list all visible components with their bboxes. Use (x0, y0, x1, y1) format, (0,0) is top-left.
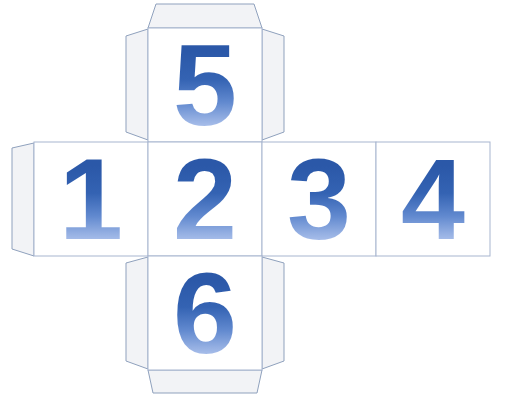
face-cell-4: 4 (376, 142, 490, 256)
face-digit-2: 2 (173, 142, 237, 256)
face-cell-5: 5 (148, 28, 262, 142)
face-digit-3: 3 (287, 142, 351, 256)
face-cell-2: 2 (148, 142, 262, 256)
face-digit-5: 5 (173, 28, 237, 142)
glue-tab-left-of-1 (12, 143, 34, 256)
dice-net-diagram: 5 1 2 3 4 6 (0, 0, 505, 400)
face-cell-3: 3 (262, 142, 376, 256)
face-cell-1: 1 (34, 142, 148, 256)
face-cell-6: 6 (148, 256, 262, 370)
face-digit-1: 1 (59, 142, 123, 256)
face-digit-6: 6 (173, 256, 237, 370)
face-digit-4: 4 (401, 142, 465, 256)
net-grid: 5 1 2 3 4 6 (34, 28, 490, 370)
